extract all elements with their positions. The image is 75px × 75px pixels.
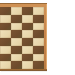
chessboard-photo	[0, 3, 47, 71]
board-square	[33, 7, 44, 15]
board-square	[0, 15, 11, 23]
board-square	[11, 23, 22, 31]
board-square	[11, 30, 22, 38]
board-square	[22, 30, 33, 38]
board-square	[0, 38, 11, 46]
board-square	[0, 30, 11, 38]
board-square	[11, 61, 22, 69]
board-square	[33, 54, 44, 62]
board-square	[33, 61, 44, 69]
board-square	[0, 61, 11, 69]
board-square	[22, 38, 33, 46]
screenshot-canvas	[0, 0, 75, 75]
board-square	[11, 46, 22, 54]
board-square	[33, 38, 44, 46]
board-square	[33, 46, 44, 54]
board-square	[0, 23, 11, 31]
board-square	[0, 7, 11, 15]
board-square	[11, 54, 22, 62]
board-square	[22, 46, 33, 54]
board-square	[0, 46, 11, 54]
board-square	[22, 7, 33, 15]
board-square	[11, 7, 22, 15]
chessboard-grid	[0, 7, 44, 69]
board-square	[22, 15, 33, 23]
board-shadow	[1, 70, 47, 72]
board-frame-right	[46, 4, 47, 71]
board-square	[33, 30, 44, 38]
board-square	[11, 15, 22, 23]
board-square	[11, 38, 22, 46]
board-square	[33, 15, 44, 23]
board-square	[22, 61, 33, 69]
board-square	[33, 23, 44, 31]
board-square	[22, 54, 33, 62]
board-square	[22, 23, 33, 31]
board-square	[0, 54, 11, 62]
